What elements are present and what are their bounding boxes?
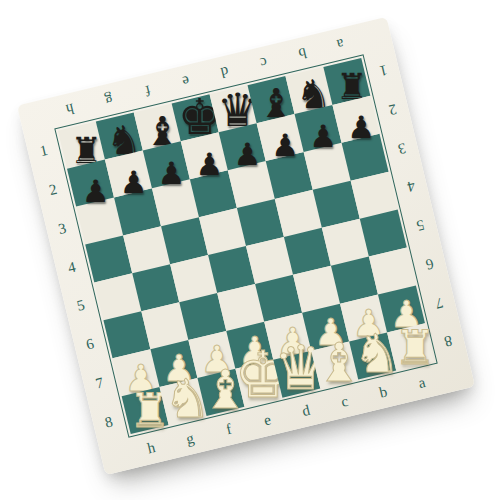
square-a8: ♜ [387, 323, 434, 370]
chess-mat: hgfedcba hgfedcba 12345678 12345678 ♜♞♝♚… [17, 17, 475, 475]
product-photo-scene: hgfedcba hgfedcba 12345678 12345678 ♜♞♝♚… [0, 0, 500, 500]
chess-board-grid: ♜♞♝♚♛♝♞♜♟♟♟♟♟♟♟♟♟♟♟♟♟♟♟♟♜♞♝♚♛♝♞♜ [58, 58, 434, 434]
white-rook-a8: ♜ [394, 324, 436, 371]
